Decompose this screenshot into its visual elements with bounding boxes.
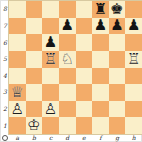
square-c4[interactable]	[42, 68, 59, 85]
square-a3[interactable]: ♕	[9, 84, 26, 101]
rank-label-4: 4	[1, 68, 9, 85]
square-h1[interactable]	[125, 117, 142, 134]
square-e4[interactable]	[76, 68, 93, 85]
square-c8[interactable]	[42, 1, 59, 18]
piece-black-rook[interactable]: ♜	[94, 1, 107, 16]
square-h8[interactable]	[125, 1, 142, 18]
square-d2[interactable]	[59, 101, 76, 118]
piece-white-pawn[interactable]: ♙	[11, 101, 24, 116]
square-a7[interactable]	[9, 18, 26, 35]
file-label-a: a	[9, 134, 26, 142]
square-b8[interactable]	[26, 1, 43, 18]
square-d3[interactable]	[59, 84, 76, 101]
file-label-e: e	[76, 134, 93, 142]
square-g5[interactable]	[109, 51, 126, 68]
rank-label-6: 6	[1, 34, 9, 51]
square-a8[interactable]	[9, 1, 26, 18]
piece-black-pawn[interactable]: ♟	[110, 18, 123, 33]
square-d5[interactable]: ♘	[59, 51, 76, 68]
file-label-f: f	[92, 134, 109, 142]
file-labels: abcdefgh	[9, 134, 142, 142]
file-label-g: g	[109, 134, 126, 142]
square-e7[interactable]	[76, 18, 93, 35]
square-f8[interactable]: ♜	[92, 1, 109, 18]
square-b1[interactable]: ♔	[26, 117, 43, 134]
square-f2[interactable]	[92, 101, 109, 118]
piece-white-king[interactable]: ♔	[27, 118, 40, 133]
square-e3[interactable]	[76, 84, 93, 101]
square-h6[interactable]	[125, 34, 142, 51]
square-g1[interactable]	[109, 117, 126, 134]
rank-label-5: 5	[1, 51, 9, 68]
square-g2[interactable]	[109, 101, 126, 118]
square-h5[interactable]: ♖	[125, 51, 142, 68]
square-a5[interactable]	[9, 51, 26, 68]
square-f7[interactable]: ♟	[92, 18, 109, 35]
square-f5[interactable]	[92, 51, 109, 68]
square-f3[interactable]	[92, 84, 109, 101]
square-b7[interactable]	[26, 18, 43, 35]
square-c1[interactable]	[42, 117, 59, 134]
rank-label-7: 7	[1, 18, 9, 35]
rank-labels: 87654321	[1, 1, 9, 134]
square-d4[interactable]	[59, 68, 76, 85]
square-a2[interactable]: ♙	[9, 101, 26, 118]
square-c7[interactable]	[42, 18, 59, 35]
rank-label-2: 2	[1, 101, 9, 118]
file-label-d: d	[59, 134, 76, 142]
piece-black-pawn[interactable]: ♟	[60, 18, 73, 33]
square-f6[interactable]	[92, 34, 109, 51]
file-label-c: c	[42, 134, 59, 142]
square-g7[interactable]: ♟	[109, 18, 126, 35]
square-a4[interactable]	[9, 68, 26, 85]
square-e2[interactable]	[76, 101, 93, 118]
square-h7[interactable]: ♟	[125, 18, 142, 35]
square-f1[interactable]	[92, 117, 109, 134]
piece-white-rook[interactable]: ♖	[44, 51, 57, 66]
square-b3[interactable]	[26, 84, 43, 101]
square-g6[interactable]	[109, 34, 126, 51]
rank-label-1: 1	[1, 117, 9, 134]
piece-white-knight[interactable]: ♘	[60, 51, 73, 66]
square-c5[interactable]: ♖	[42, 51, 59, 68]
square-e5[interactable]	[76, 51, 93, 68]
square-h3[interactable]	[125, 84, 142, 101]
piece-white-rook[interactable]: ♖	[127, 51, 140, 66]
square-h4[interactable]	[125, 68, 142, 85]
piece-black-pawn[interactable]: ♟	[127, 18, 140, 33]
corner-margin	[1, 134, 9, 142]
rank-label-8: 8	[1, 1, 9, 18]
square-a6[interactable]	[9, 34, 26, 51]
square-f4[interactable]	[92, 68, 109, 85]
square-b6[interactable]	[26, 34, 43, 51]
square-a1[interactable]	[9, 117, 26, 134]
square-e6[interactable]	[76, 34, 93, 51]
piece-black-king[interactable]: ♚	[110, 1, 123, 16]
board: ♜♚♟♟♟♟♟♖♘♖♕♙♙♔	[9, 1, 142, 134]
square-h2[interactable]	[125, 101, 142, 118]
square-c3[interactable]	[42, 84, 59, 101]
square-d8[interactable]	[59, 1, 76, 18]
piece-white-queen[interactable]: ♕	[11, 84, 24, 99]
square-b5[interactable]	[26, 51, 43, 68]
square-e1[interactable]	[76, 117, 93, 134]
piece-black-pawn[interactable]: ♟	[44, 35, 57, 50]
square-c2[interactable]: ♙	[42, 101, 59, 118]
rank-label-3: 3	[1, 84, 9, 101]
square-g3[interactable]	[109, 84, 126, 101]
chess-diagram: 87654321 ♜♚♟♟♟♟♟♖♘♖♕♙♙♔ abcdefgh	[0, 0, 142, 142]
square-d1[interactable]	[59, 117, 76, 134]
file-label-b: b	[26, 134, 43, 142]
square-d6[interactable]	[59, 34, 76, 51]
square-d7[interactable]: ♟	[59, 18, 76, 35]
square-g8[interactable]: ♚	[109, 1, 126, 18]
piece-black-pawn[interactable]: ♟	[94, 18, 107, 33]
square-c6[interactable]: ♟	[42, 34, 59, 51]
square-e8[interactable]	[76, 1, 93, 18]
file-label-h: h	[125, 134, 142, 142]
square-b2[interactable]	[26, 101, 43, 118]
square-b4[interactable]	[26, 68, 43, 85]
white-to-move-indicator	[2, 135, 8, 141]
square-g4[interactable]	[109, 68, 126, 85]
piece-white-pawn[interactable]: ♙	[44, 101, 57, 116]
